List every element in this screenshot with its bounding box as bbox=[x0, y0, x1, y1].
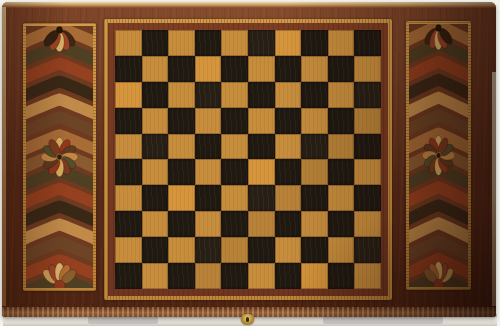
board-square[interactable] bbox=[275, 56, 302, 82]
board-square[interactable] bbox=[301, 185, 328, 211]
board-square[interactable] bbox=[301, 82, 328, 108]
board-square[interactable] bbox=[168, 30, 195, 56]
board-square[interactable] bbox=[195, 237, 222, 263]
board-square[interactable] bbox=[275, 134, 302, 160]
board-square[interactable] bbox=[248, 211, 275, 237]
board-square[interactable] bbox=[301, 211, 328, 237]
keyhole-escutcheon bbox=[241, 314, 254, 325]
lid-right-chamfer bbox=[492, 72, 496, 306]
board-square[interactable] bbox=[221, 185, 248, 211]
board-square[interactable] bbox=[354, 263, 381, 289]
games-box-photo bbox=[0, 0, 500, 326]
board-square[interactable] bbox=[221, 134, 248, 160]
board-square[interactable] bbox=[328, 134, 355, 160]
board-square[interactable] bbox=[248, 185, 275, 211]
board-square[interactable] bbox=[142, 237, 169, 263]
board-square[interactable] bbox=[328, 211, 355, 237]
board-square[interactable] bbox=[168, 108, 195, 134]
board-square[interactable] bbox=[221, 237, 248, 263]
board-square[interactable] bbox=[142, 211, 169, 237]
right-marquetry-panel bbox=[406, 21, 471, 290]
board-square[interactable] bbox=[328, 185, 355, 211]
board-square[interactable] bbox=[195, 108, 222, 134]
board-square[interactable] bbox=[221, 82, 248, 108]
board-square[interactable] bbox=[301, 263, 328, 289]
marquetry-art bbox=[26, 26, 93, 288]
board-square[interactable] bbox=[115, 82, 142, 108]
board-square[interactable] bbox=[115, 185, 142, 211]
board-square[interactable] bbox=[168, 211, 195, 237]
board-square[interactable] bbox=[248, 263, 275, 289]
board-square[interactable] bbox=[354, 108, 381, 134]
board-square[interactable] bbox=[354, 237, 381, 263]
board-square[interactable] bbox=[142, 30, 169, 56]
board-square[interactable] bbox=[168, 185, 195, 211]
board-square[interactable] bbox=[168, 237, 195, 263]
board-grid bbox=[115, 30, 381, 289]
board-square[interactable] bbox=[115, 263, 142, 289]
board-square[interactable] bbox=[168, 263, 195, 289]
board-square[interactable] bbox=[115, 211, 142, 237]
board-square[interactable] bbox=[195, 82, 222, 108]
board-square[interactable] bbox=[221, 30, 248, 56]
board-square[interactable] bbox=[115, 159, 142, 185]
board-square[interactable] bbox=[354, 134, 381, 160]
board-square[interactable] bbox=[328, 82, 355, 108]
board-square[interactable] bbox=[354, 30, 381, 56]
board-square[interactable] bbox=[195, 30, 222, 56]
board-square[interactable] bbox=[248, 56, 275, 82]
marquetry-art bbox=[409, 24, 468, 287]
board-square[interactable] bbox=[168, 159, 195, 185]
board-square[interactable] bbox=[142, 185, 169, 211]
board-square[interactable] bbox=[142, 56, 169, 82]
board-square[interactable] bbox=[328, 159, 355, 185]
board-square[interactable] bbox=[195, 159, 222, 185]
board-square[interactable] bbox=[275, 237, 302, 263]
board-square[interactable] bbox=[195, 185, 222, 211]
board-square[interactable] bbox=[248, 30, 275, 56]
board-square[interactable] bbox=[248, 237, 275, 263]
board-square[interactable] bbox=[354, 56, 381, 82]
board-square[interactable] bbox=[221, 159, 248, 185]
board-square[interactable] bbox=[195, 56, 222, 82]
board-square[interactable] bbox=[301, 237, 328, 263]
board-square[interactable] bbox=[354, 211, 381, 237]
board-square[interactable] bbox=[354, 82, 381, 108]
board-square[interactable] bbox=[328, 108, 355, 134]
board-square[interactable] bbox=[275, 211, 302, 237]
board-square[interactable] bbox=[248, 82, 275, 108]
board-square[interactable] bbox=[142, 82, 169, 108]
board-square[interactable] bbox=[221, 211, 248, 237]
board-square[interactable] bbox=[248, 159, 275, 185]
board-square[interactable] bbox=[115, 108, 142, 134]
board-square[interactable] bbox=[275, 185, 302, 211]
board-square[interactable] bbox=[301, 159, 328, 185]
board-square[interactable] bbox=[354, 185, 381, 211]
board-square[interactable] bbox=[301, 108, 328, 134]
board-square[interactable] bbox=[195, 134, 222, 160]
board-square[interactable] bbox=[275, 263, 302, 289]
board-square[interactable] bbox=[115, 134, 142, 160]
board-square[interactable] bbox=[221, 56, 248, 82]
checkerboard-inner-frame bbox=[108, 23, 388, 296]
board-square[interactable] bbox=[248, 108, 275, 134]
board-square[interactable] bbox=[301, 30, 328, 56]
board-square[interactable] bbox=[301, 134, 328, 160]
games-box-lid bbox=[2, 2, 496, 317]
board-square[interactable] bbox=[168, 134, 195, 160]
board-square[interactable] bbox=[168, 56, 195, 82]
board-square[interactable] bbox=[168, 82, 195, 108]
left-marquetry-panel bbox=[23, 23, 96, 291]
board-square[interactable] bbox=[354, 159, 381, 185]
board-square[interactable] bbox=[275, 108, 302, 134]
board-square[interactable] bbox=[328, 263, 355, 289]
board-square[interactable] bbox=[221, 263, 248, 289]
board-square[interactable] bbox=[142, 134, 169, 160]
board-square[interactable] bbox=[142, 263, 169, 289]
board-square[interactable] bbox=[115, 237, 142, 263]
lid-top-chamfer bbox=[2, 2, 496, 8]
board-square[interactable] bbox=[275, 159, 302, 185]
board-square[interactable] bbox=[328, 56, 355, 82]
board-square[interactable] bbox=[301, 56, 328, 82]
board-square[interactable] bbox=[328, 30, 355, 56]
lid-left-chamfer bbox=[2, 7, 6, 306]
board-square[interactable] bbox=[248, 134, 275, 160]
board-square[interactable] bbox=[115, 30, 142, 56]
board-square[interactable] bbox=[195, 211, 222, 237]
board-square[interactable] bbox=[275, 30, 302, 56]
checkerboard-panel bbox=[104, 19, 392, 300]
board-square[interactable] bbox=[275, 82, 302, 108]
board-square[interactable] bbox=[221, 108, 248, 134]
board-square[interactable] bbox=[142, 108, 169, 134]
board-square[interactable] bbox=[142, 159, 169, 185]
board-square[interactable] bbox=[195, 263, 222, 289]
board-square[interactable] bbox=[328, 237, 355, 263]
board-square[interactable] bbox=[115, 56, 142, 82]
